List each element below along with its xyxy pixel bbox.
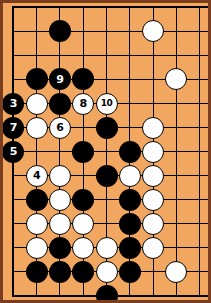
- black-stone: [49, 261, 71, 283]
- white-stone: [142, 237, 164, 259]
- white-stone: [142, 117, 164, 139]
- grid-line-h-7: [12, 151, 208, 152]
- white-stone: [119, 165, 141, 187]
- move-number-label: 7: [10, 122, 17, 133]
- white-stone: [142, 141, 164, 163]
- white-stone: [96, 261, 118, 283]
- black-stone-move-9: 9: [49, 68, 71, 90]
- black-stone-move-3: 3: [2, 93, 24, 115]
- black-stone: [72, 189, 94, 211]
- white-stone: [26, 213, 48, 235]
- move-number-label: 10: [101, 99, 113, 108]
- black-stone-move-5: 5: [2, 141, 24, 163]
- white-stone: [49, 165, 71, 187]
- move-number-label: 4: [33, 170, 40, 181]
- black-stone: [72, 141, 94, 163]
- white-stone: [142, 189, 164, 211]
- white-stone-move-8: 8: [72, 93, 94, 115]
- black-stone: [96, 117, 118, 139]
- black-stone: [26, 189, 48, 211]
- move-number-label: 6: [56, 122, 63, 133]
- white-stone: [165, 261, 187, 283]
- black-stone-move-7: 7: [2, 117, 24, 139]
- white-stone: [142, 165, 164, 187]
- white-stone: [26, 93, 48, 115]
- move-number-label: 8: [80, 98, 87, 109]
- grid-line-v-9: [199, 6, 200, 297]
- white-stone: [165, 68, 187, 90]
- white-stone: [142, 20, 164, 42]
- black-stone: [119, 213, 141, 235]
- black-stone: [26, 68, 48, 90]
- move-number-label: 3: [10, 98, 17, 109]
- black-stone: [119, 261, 141, 283]
- white-stone-move-10: 10: [96, 93, 118, 115]
- black-stone: [72, 261, 94, 283]
- white-stone: [26, 237, 48, 259]
- black-stone: [49, 93, 71, 115]
- grid-line-h-1: [12, 6, 208, 8]
- black-stone: [72, 68, 94, 90]
- white-stone: [49, 213, 71, 235]
- black-stone: [119, 237, 141, 259]
- black-stone: [119, 189, 141, 211]
- black-stone: [119, 141, 141, 163]
- black-stone: [49, 20, 71, 42]
- white-stone: [72, 213, 94, 235]
- white-stone: [26, 117, 48, 139]
- grid-line-h-3: [12, 55, 208, 56]
- black-stone: [26, 261, 48, 283]
- white-stone: [49, 189, 71, 211]
- go-board: 938107654: [0, 0, 211, 303]
- move-number-label: 9: [56, 74, 63, 85]
- black-stone: [96, 285, 118, 303]
- white-stone-move-4: 4: [26, 165, 48, 187]
- black-stone: [96, 165, 118, 187]
- move-number-label: 5: [10, 146, 17, 157]
- white-stone: [96, 237, 118, 259]
- black-stone: [49, 237, 71, 259]
- grid-line-h-2: [12, 31, 208, 32]
- white-stone: [72, 237, 94, 259]
- white-stone-move-6: 6: [49, 117, 71, 139]
- white-stone: [142, 213, 164, 235]
- grid-line-v-8: [176, 6, 177, 297]
